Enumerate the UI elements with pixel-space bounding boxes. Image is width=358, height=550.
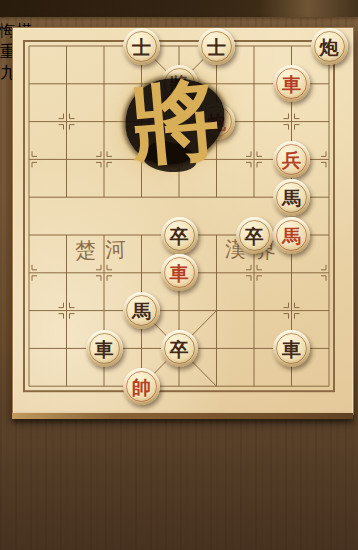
piece-glyph: 士 (198, 28, 235, 65)
piece-glyph: 士 (123, 28, 160, 65)
piece-black-horse[interactable]: 馬 (123, 292, 160, 329)
piece-red-chariot[interactable]: 車 (273, 65, 310, 102)
piece-black-cannon[interactable]: 炮 (311, 28, 348, 65)
piece-black-chariot[interactable]: 車 (273, 330, 310, 367)
piece-glyph: 馬 (123, 292, 160, 329)
piece-glyph: 車 (273, 65, 310, 102)
piece-glyph: 帥 (123, 368, 160, 405)
piece-red-cannon[interactable]: 炮 (198, 103, 235, 140)
piece-glyph: 車 (86, 330, 123, 367)
piece-black-advisor[interactable]: 士 (123, 28, 160, 65)
piece-black-soldier[interactable]: 卒 (236, 217, 273, 254)
piece-black-horse[interactable]: 馬 (273, 179, 310, 216)
piece-glyph: 車 (161, 254, 198, 291)
piece-glyph: 卒 (161, 217, 198, 254)
piece-glyph: 炮 (311, 28, 348, 65)
piece-black-soldier[interactable]: 卒 (161, 330, 198, 367)
piece-glyph: 車 (273, 330, 310, 367)
piece-glyph: 炮 (198, 103, 235, 140)
piece-black-soldier[interactable]: 卒 (161, 217, 198, 254)
piece-black-chariot[interactable]: 車 (86, 330, 123, 367)
piece-black-general[interactable]: 將 (161, 65, 198, 102)
piece-glyph: 卒 (236, 217, 273, 254)
piece-glyph: 馬 (273, 179, 310, 216)
xiangqi-board[interactable]: 楚河 漢界 士士炮將車炮兵馬卒卒馬車馬車卒車帥 將 (12, 27, 354, 415)
piece-red-general[interactable]: 帥 (123, 368, 160, 405)
piece-red-soldier[interactable]: 兵 (273, 141, 310, 178)
piece-glyph: 將 (161, 65, 198, 102)
piece-red-horse[interactable]: 馬 (273, 217, 310, 254)
river-label-left: 楚河 (74, 234, 135, 266)
piece-glyph: 卒 (161, 330, 198, 367)
piece-glyph: 兵 (273, 141, 310, 178)
piece-black-advisor[interactable]: 士 (198, 28, 235, 65)
board-bottom-edge (12, 413, 353, 419)
piece-red-chariot[interactable]: 車 (161, 254, 198, 291)
top-shadow-strip (0, 0, 358, 17)
piece-glyph: 馬 (273, 217, 310, 254)
